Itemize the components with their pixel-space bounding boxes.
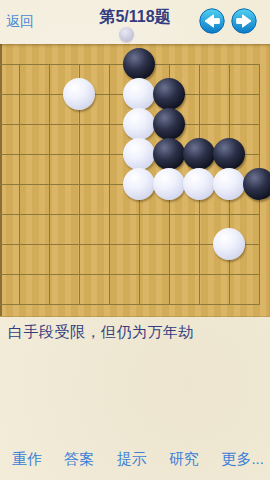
previous-problem-button[interactable] — [199, 8, 225, 34]
black-stone — [123, 48, 155, 80]
more-button[interactable]: 更多... — [221, 450, 264, 469]
go-board[interactable] — [0, 44, 270, 317]
white-stone — [123, 108, 155, 140]
study-button[interactable]: 研究 — [169, 450, 199, 469]
black-stone — [153, 78, 185, 110]
black-stone — [213, 138, 245, 170]
white-stone — [183, 168, 215, 200]
circle-arrow-left-icon — [199, 8, 225, 34]
grid-line — [0, 214, 260, 215]
circle-arrow-right-icon — [231, 8, 257, 34]
problem-caption: 白手段受限，但仍为万年劫 — [8, 323, 194, 342]
answer-button[interactable]: 答案 — [64, 450, 94, 469]
black-stone — [153, 138, 185, 170]
hint-button[interactable]: 提示 — [117, 450, 147, 469]
grid-line — [0, 274, 260, 275]
page-title: 第5/118题 — [0, 7, 270, 28]
white-stone — [213, 228, 245, 260]
black-stone — [183, 138, 215, 170]
white-stone — [213, 168, 245, 200]
white-stone — [153, 168, 185, 200]
black-stone — [243, 168, 270, 200]
turn-indicator-stone — [119, 27, 134, 42]
next-problem-button[interactable] — [231, 8, 257, 34]
redo-button[interactable]: 重作 — [12, 450, 42, 469]
bottom-bar: 重作 答案 提示 研究 更多... — [0, 448, 270, 470]
white-stone — [123, 168, 155, 200]
white-stone — [123, 78, 155, 110]
white-stone — [123, 138, 155, 170]
top-bar: 返回 第5/118题 — [0, 0, 270, 44]
app-screen: 返回 第5/118题 — [0, 0, 270, 480]
white-stone — [63, 78, 95, 110]
grid-line — [0, 304, 260, 305]
black-stone — [153, 108, 185, 140]
